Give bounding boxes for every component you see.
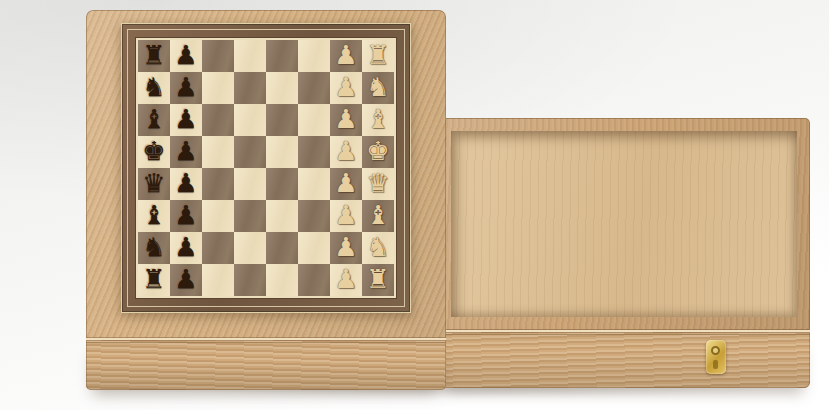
square-d8[interactable]: ♛ xyxy=(138,168,170,200)
piece-bP[interactable]: ♟ xyxy=(174,74,197,100)
square-g8[interactable]: ♞ xyxy=(138,72,170,104)
square-c1[interactable]: ♝ xyxy=(362,200,394,232)
square-h1[interactable]: ♜ xyxy=(362,40,394,72)
square-d1[interactable]: ♛ xyxy=(362,168,394,200)
square-f1[interactable]: ♝ xyxy=(362,104,394,136)
square-g5[interactable] xyxy=(234,72,266,104)
square-c4[interactable] xyxy=(266,200,298,232)
piece-wP[interactable]: ♟ xyxy=(334,266,357,292)
box-front-face xyxy=(86,338,446,390)
piece-wQ[interactable]: ♛ xyxy=(366,170,389,196)
brass-latch-icon[interactable] xyxy=(706,340,726,374)
square-h8[interactable]: ♜ xyxy=(138,40,170,72)
piece-wR[interactable]: ♜ xyxy=(366,266,389,292)
piece-bB[interactable]: ♝ xyxy=(142,106,165,132)
square-g7[interactable]: ♟ xyxy=(170,72,202,104)
square-f3[interactable] xyxy=(298,104,330,136)
drawer-front-face xyxy=(438,330,810,388)
storage-drawer[interactable] xyxy=(438,118,810,386)
piece-bP[interactable]: ♟ xyxy=(174,202,197,228)
square-c6[interactable] xyxy=(202,200,234,232)
square-a1[interactable]: ♜ xyxy=(362,264,394,296)
piece-wP[interactable]: ♟ xyxy=(334,106,357,132)
square-f2[interactable]: ♟ xyxy=(330,104,362,136)
square-h5[interactable] xyxy=(234,40,266,72)
piece-wR[interactable]: ♜ xyxy=(366,42,389,68)
square-c8[interactable]: ♝ xyxy=(138,200,170,232)
square-c7[interactable]: ♟ xyxy=(170,200,202,232)
square-h2[interactable]: ♟ xyxy=(330,40,362,72)
square-a5[interactable] xyxy=(234,264,266,296)
piece-wP[interactable]: ♟ xyxy=(334,170,357,196)
square-a6[interactable] xyxy=(202,264,234,296)
square-d4[interactable] xyxy=(266,168,298,200)
square-b5[interactable] xyxy=(234,232,266,264)
square-c2[interactable]: ♟ xyxy=(330,200,362,232)
piece-bP[interactable]: ♟ xyxy=(174,234,197,260)
square-f7[interactable]: ♟ xyxy=(170,104,202,136)
square-e3[interactable] xyxy=(298,136,330,168)
chess-board: ♜♟♟♜♞♟♟♞♝♟♟♝♚♟♟♚♛♟♟♛♝♟♟♝♞♟♟♞♜♟♟♜ xyxy=(122,24,410,312)
piece-wP[interactable]: ♟ xyxy=(334,138,357,164)
piece-bP[interactable]: ♟ xyxy=(174,106,197,132)
square-h3[interactable] xyxy=(298,40,330,72)
square-e1[interactable]: ♚ xyxy=(362,136,394,168)
board-squares-grid: ♜♟♟♜♞♟♟♞♝♟♟♝♚♟♟♚♛♟♟♛♝♟♟♝♞♟♟♞♜♟♟♜ xyxy=(138,40,394,296)
piece-bK[interactable]: ♚ xyxy=(142,138,165,164)
piece-bR[interactable]: ♜ xyxy=(142,42,165,68)
piece-bP[interactable]: ♟ xyxy=(174,170,197,196)
square-e5[interactable] xyxy=(234,136,266,168)
piece-bB[interactable]: ♝ xyxy=(142,202,165,228)
piece-wN[interactable]: ♞ xyxy=(366,234,389,260)
square-g4[interactable] xyxy=(266,72,298,104)
square-c3[interactable] xyxy=(298,200,330,232)
square-f5[interactable] xyxy=(234,104,266,136)
square-h6[interactable] xyxy=(202,40,234,72)
drawer-interior xyxy=(451,131,797,317)
piece-wK[interactable]: ♚ xyxy=(366,138,389,164)
piece-bP[interactable]: ♟ xyxy=(174,42,197,68)
square-g1[interactable]: ♞ xyxy=(362,72,394,104)
square-d5[interactable] xyxy=(234,168,266,200)
square-e6[interactable] xyxy=(202,136,234,168)
square-a8[interactable]: ♜ xyxy=(138,264,170,296)
piece-bP[interactable]: ♟ xyxy=(174,266,197,292)
square-b1[interactable]: ♞ xyxy=(362,232,394,264)
piece-wN[interactable]: ♞ xyxy=(366,74,389,100)
piece-wP[interactable]: ♟ xyxy=(334,202,357,228)
square-c5[interactable] xyxy=(234,200,266,232)
square-f6[interactable] xyxy=(202,104,234,136)
square-d7[interactable]: ♟ xyxy=(170,168,202,200)
square-f8[interactable]: ♝ xyxy=(138,104,170,136)
square-b7[interactable]: ♟ xyxy=(170,232,202,264)
piece-bN[interactable]: ♞ xyxy=(142,74,165,100)
piece-wP[interactable]: ♟ xyxy=(334,234,357,260)
piece-wB[interactable]: ♝ xyxy=(366,202,389,228)
square-f4[interactable] xyxy=(266,104,298,136)
square-e2[interactable]: ♟ xyxy=(330,136,362,168)
square-d3[interactable] xyxy=(298,168,330,200)
piece-bN[interactable]: ♞ xyxy=(142,234,165,260)
square-e4[interactable] xyxy=(266,136,298,168)
piece-wP[interactable]: ♟ xyxy=(334,74,357,100)
piece-bP[interactable]: ♟ xyxy=(174,138,197,164)
square-b8[interactable]: ♞ xyxy=(138,232,170,264)
product-photo-chess-box: { "game": "chess", "scene": "wooden ches… xyxy=(0,0,829,410)
drawer-tray xyxy=(438,118,810,330)
square-a7[interactable]: ♟ xyxy=(170,264,202,296)
square-a4[interactable] xyxy=(266,264,298,296)
square-d6[interactable] xyxy=(202,168,234,200)
square-a3[interactable] xyxy=(298,264,330,296)
square-g3[interactable] xyxy=(298,72,330,104)
square-h7[interactable]: ♟ xyxy=(170,40,202,72)
piece-wP[interactable]: ♟ xyxy=(334,42,357,68)
square-d2[interactable]: ♟ xyxy=(330,168,362,200)
square-b6[interactable] xyxy=(202,232,234,264)
square-g6[interactable] xyxy=(202,72,234,104)
square-g2[interactable]: ♟ xyxy=(330,72,362,104)
square-e8[interactable]: ♚ xyxy=(138,136,170,168)
square-e7[interactable]: ♟ xyxy=(170,136,202,168)
square-h4[interactable] xyxy=(266,40,298,72)
square-b2[interactable]: ♟ xyxy=(330,232,362,264)
piece-wB[interactable]: ♝ xyxy=(366,106,389,132)
square-b4[interactable] xyxy=(266,232,298,264)
square-a2[interactable]: ♟ xyxy=(330,264,362,296)
piece-bQ[interactable]: ♛ xyxy=(142,170,165,196)
board-inlay-border: ♜♟♟♜♞♟♟♞♝♟♟♝♚♟♟♚♛♟♟♛♝♟♟♝♞♟♟♞♜♟♟♜ xyxy=(138,40,394,296)
piece-bR[interactable]: ♜ xyxy=(142,266,165,292)
square-b3[interactable] xyxy=(298,232,330,264)
